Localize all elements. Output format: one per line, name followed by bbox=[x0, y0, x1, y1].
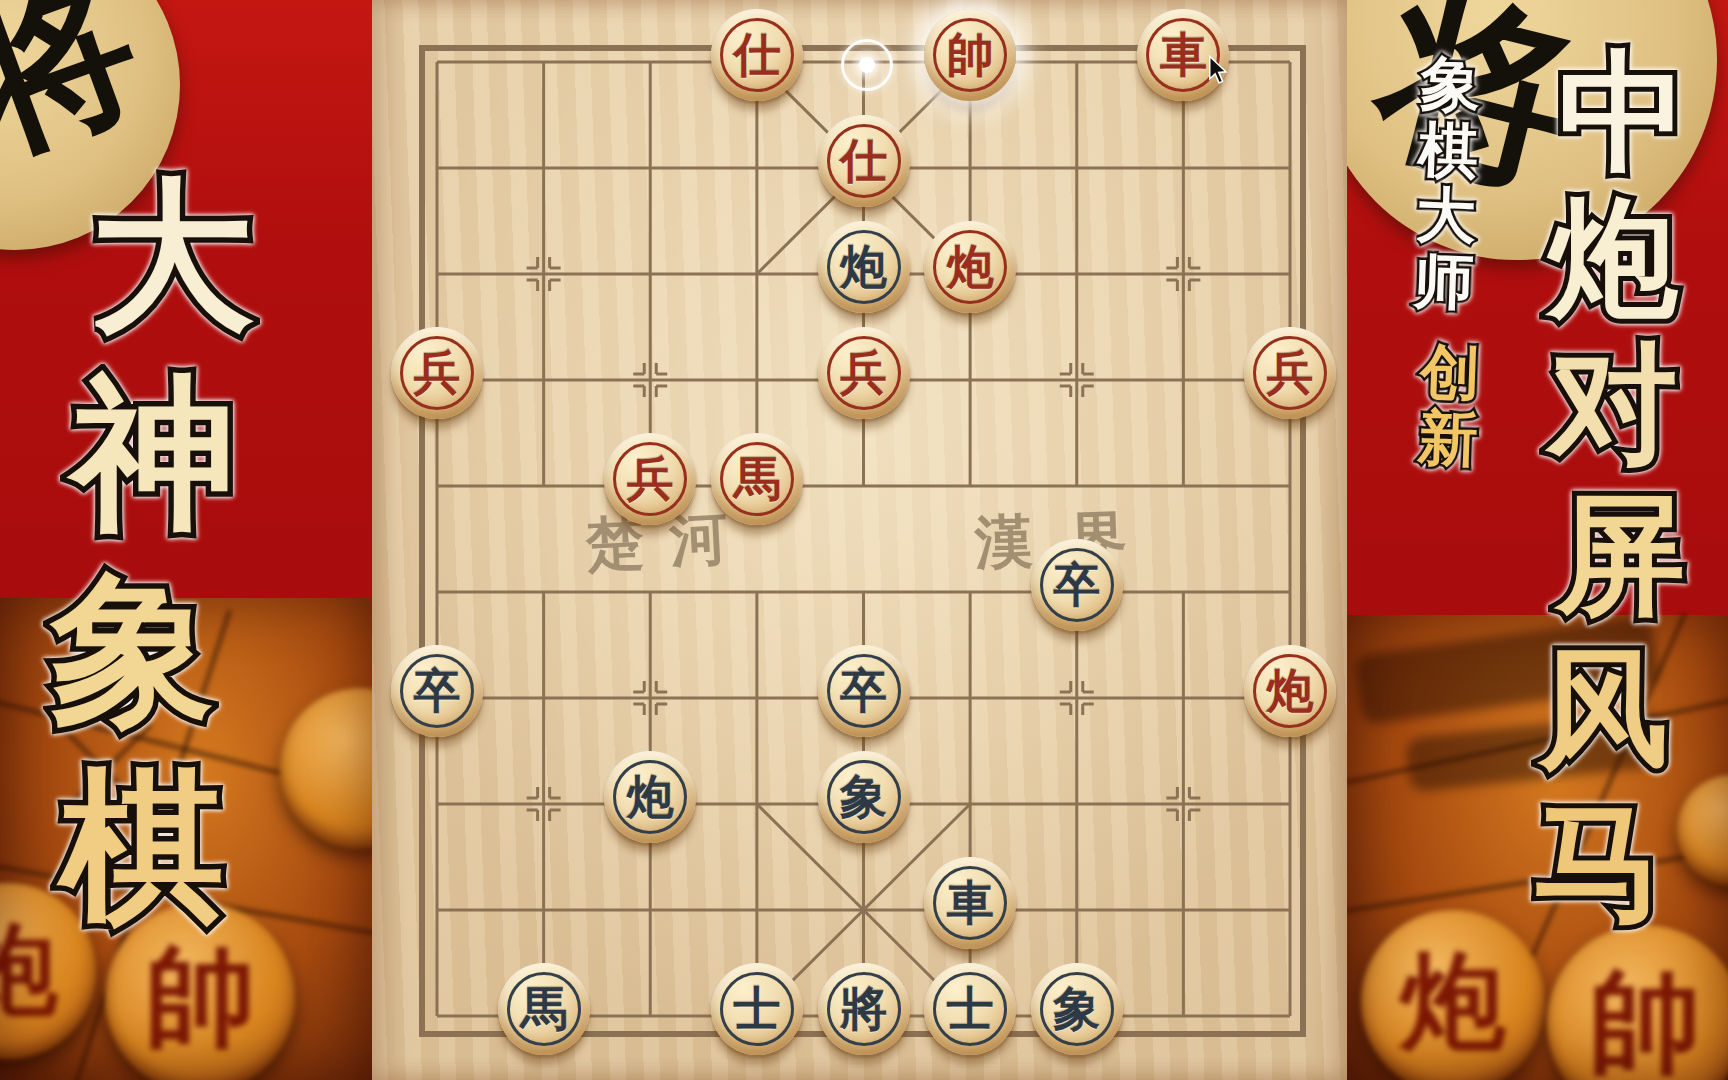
piece-character: 炮 bbox=[1244, 645, 1336, 737]
move-origin-indicator bbox=[841, 39, 893, 91]
piece-red-pawn[interactable]: 兵 bbox=[604, 433, 696, 525]
piece-character: 卒 bbox=[818, 645, 910, 737]
piece-black-pawn[interactable]: 卒 bbox=[1031, 539, 1123, 631]
piece-character: 將 bbox=[818, 963, 910, 1055]
piece-character: 炮 bbox=[924, 221, 1016, 313]
piece-character: 帥 bbox=[924, 9, 1016, 101]
piece-black-elephant[interactable]: 象 bbox=[818, 751, 910, 843]
piece-character: 馬 bbox=[711, 433, 803, 525]
piece-red-cannon[interactable]: 炮 bbox=[924, 221, 1016, 313]
banner-character: 象象 bbox=[50, 565, 214, 739]
piece-character: 仕 bbox=[711, 9, 803, 101]
right-banner-title: 中中炮炮对对屏屏风风马马 bbox=[1547, 45, 1677, 912]
xiangqi-app-screen: 楚河 漢界 仕帥車仕炮炮兵兵兵兵馬卒卒卒炮炮象車馬士將士象 将 帥 炮 bbox=[0, 0, 1728, 1080]
banner-character: 炮炮 bbox=[1548, 191, 1678, 329]
piece-character: 仕 bbox=[818, 115, 910, 207]
piece-black-cannon[interactable]: 炮 bbox=[818, 221, 910, 313]
piece-character: 炮 bbox=[818, 221, 910, 313]
banner-character: 棋棋 bbox=[60, 761, 224, 935]
piece-red-knight[interactable]: 馬 bbox=[711, 433, 803, 525]
piece-character: 士 bbox=[924, 963, 1016, 1055]
banner-character: 大大 bbox=[90, 171, 254, 345]
banner-character: 神神 bbox=[72, 368, 236, 542]
piece-character: 炮 bbox=[604, 751, 696, 843]
left-banner-title: 大大神神象象棋棋 bbox=[78, 171, 242, 935]
banner-character: 风风 bbox=[1538, 642, 1668, 780]
piece-character: 卒 bbox=[391, 645, 483, 737]
piece-black-knight[interactable]: 馬 bbox=[498, 963, 590, 1055]
piece-black-rook[interactable]: 車 bbox=[924, 857, 1016, 949]
left-banner: 将 帥 炮 大大神神象象棋棋 bbox=[0, 0, 372, 1080]
banner-character: 师师 bbox=[1412, 250, 1474, 316]
right-banner-badge: 创创新新 bbox=[1417, 341, 1481, 472]
photo-piece-partial bbox=[1677, 775, 1728, 885]
mouse-cursor bbox=[1205, 55, 1231, 85]
piece-red-advisor[interactable]: 仕 bbox=[818, 115, 910, 207]
piece-red-pawn[interactable]: 兵 bbox=[391, 327, 483, 419]
banner-character: 对对 bbox=[1548, 337, 1678, 475]
piece-red-pawn[interactable]: 兵 bbox=[1244, 327, 1336, 419]
piece-character: 兵 bbox=[604, 433, 696, 525]
banner-character: 马马 bbox=[1533, 796, 1663, 934]
piece-character: 兵 bbox=[391, 327, 483, 419]
piece-red-cannon[interactable]: 炮 bbox=[1244, 645, 1336, 737]
banner-character: 大大 bbox=[1415, 184, 1477, 250]
piece-character: 卒 bbox=[1031, 539, 1123, 631]
piece-character: 兵 bbox=[1244, 327, 1336, 419]
piece-red-advisor[interactable]: 仕 bbox=[711, 9, 803, 101]
piece-black-elephant[interactable]: 象 bbox=[1031, 963, 1123, 1055]
piece-black-cannon[interactable]: 炮 bbox=[604, 751, 696, 843]
banner-character: 创创 bbox=[1419, 341, 1481, 407]
piece-red-pawn[interactable]: 兵 bbox=[818, 327, 910, 419]
banner-character: 屏屏 bbox=[1555, 488, 1685, 626]
piece-character: 車 bbox=[924, 857, 1016, 949]
photo-piece-cannon: 炮 bbox=[1361, 910, 1545, 1080]
piece-black-advisor[interactable]: 士 bbox=[711, 963, 803, 1055]
banner-character: 中中 bbox=[1558, 45, 1688, 183]
banner-character: 棋棋 bbox=[1417, 119, 1479, 185]
piece-character: 象 bbox=[1031, 963, 1123, 1055]
piece-character: 兵 bbox=[818, 327, 910, 419]
piece-character: 象 bbox=[818, 751, 910, 843]
right-banner-subtitle: 象象棋棋大大师师 bbox=[1412, 53, 1481, 315]
piece-black-king[interactable]: 將 bbox=[818, 963, 910, 1055]
piece-black-advisor[interactable]: 士 bbox=[924, 963, 1016, 1055]
piece-red-king[interactable]: 帥 bbox=[924, 9, 1016, 101]
photo-piece-marshal: 帥 bbox=[1547, 925, 1728, 1080]
banner-character: 新新 bbox=[1417, 407, 1479, 473]
piece-black-pawn[interactable]: 卒 bbox=[391, 645, 483, 737]
banner-character: 象象 bbox=[1419, 53, 1481, 119]
piece-character: 馬 bbox=[498, 963, 590, 1055]
piece-black-pawn[interactable]: 卒 bbox=[818, 645, 910, 737]
piece-character: 士 bbox=[711, 963, 803, 1055]
photo-piece-partial bbox=[280, 688, 372, 848]
